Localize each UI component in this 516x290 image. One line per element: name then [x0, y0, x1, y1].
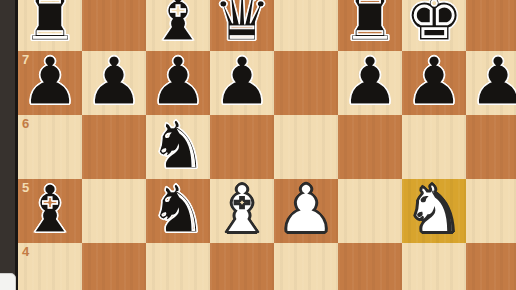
square-a6[interactable]: 6 [18, 115, 82, 179]
square-a4[interactable]: 4 [18, 243, 82, 290]
square-e8[interactable] [274, 0, 338, 51]
square-d4[interactable] [210, 243, 274, 290]
square-c6[interactable]: ♞ [146, 115, 210, 179]
black-pawn-d7[interactable]: ♟ [212, 50, 271, 114]
square-d5[interactable]: ♝ [210, 179, 274, 243]
black-pawn-g7[interactable]: ♟ [404, 50, 463, 114]
square-c7[interactable]: ♟ [146, 51, 210, 115]
square-h5[interactable] [466, 179, 516, 243]
square-g6[interactable] [402, 115, 466, 179]
square-b4[interactable] [82, 243, 146, 290]
black-pawn-a7[interactable]: ♟ [20, 50, 79, 114]
square-a7[interactable]: 7♟ [18, 51, 82, 115]
square-b6[interactable] [82, 115, 146, 179]
white-knight-g5[interactable]: ♞ [404, 178, 463, 242]
square-h7[interactable]: ♟ [466, 51, 516, 115]
square-d6[interactable] [210, 115, 274, 179]
screenshot-root: 8♜♝♛♜♚7♟♟♟♟♟♟♟6♞5♝♞♝♟♞4 [0, 0, 516, 290]
square-g7[interactable]: ♟ [402, 51, 466, 115]
square-e4[interactable] [274, 243, 338, 290]
square-g4[interactable] [402, 243, 466, 290]
square-g5[interactable]: ♞ [402, 179, 466, 243]
square-c4[interactable] [146, 243, 210, 290]
black-pawn-f7[interactable]: ♟ [340, 50, 399, 114]
square-f6[interactable] [338, 115, 402, 179]
square-h4[interactable] [466, 243, 516, 290]
square-a5[interactable]: 5♝ [18, 179, 82, 243]
square-b5[interactable] [82, 179, 146, 243]
square-f4[interactable] [338, 243, 402, 290]
square-e6[interactable] [274, 115, 338, 179]
black-bishop-a5[interactable]: ♝ [20, 178, 79, 242]
white-bishop-d5[interactable]: ♝ [212, 178, 271, 242]
square-d7[interactable]: ♟ [210, 51, 274, 115]
black-pawn-b7[interactable]: ♟ [84, 50, 143, 114]
black-pawn-h7[interactable]: ♟ [468, 50, 516, 114]
rank-label-6: 6 [22, 117, 29, 130]
black-knight-c5[interactable]: ♞ [148, 178, 207, 242]
rank-label-4: 4 [22, 245, 29, 258]
black-pawn-c7[interactable]: ♟ [148, 50, 207, 114]
square-c5[interactable]: ♞ [146, 179, 210, 243]
chess-board: 8♜♝♛♜♚7♟♟♟♟♟♟♟6♞5♝♞♝♟♞4 [18, 0, 516, 290]
square-h6[interactable] [466, 115, 516, 179]
left-sidebar [0, 0, 18, 290]
square-b7[interactable]: ♟ [82, 51, 146, 115]
bottom-left-white-element[interactable] [0, 273, 16, 290]
square-e5[interactable]: ♟ [274, 179, 338, 243]
black-knight-c6[interactable]: ♞ [148, 114, 207, 178]
square-e7[interactable] [274, 51, 338, 115]
white-pawn-e5[interactable]: ♟ [276, 178, 335, 242]
square-f5[interactable] [338, 179, 402, 243]
square-f7[interactable]: ♟ [338, 51, 402, 115]
